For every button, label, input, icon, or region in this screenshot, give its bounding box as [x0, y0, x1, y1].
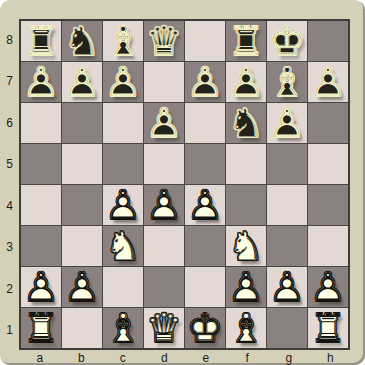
- file-label-c: c: [102, 350, 144, 365]
- piece-white-pawn: ♟: [185, 184, 225, 224]
- square-c1[interactable]: ♝♗: [103, 308, 143, 348]
- piece-detail-overlay: ♙: [308, 266, 348, 306]
- square-c6[interactable]: [103, 103, 143, 143]
- square-a4[interactable]: [21, 185, 61, 225]
- file-label-a: a: [19, 350, 61, 365]
- square-g4[interactable]: [267, 185, 307, 225]
- piece-white-pawn: ♟: [267, 266, 307, 306]
- square-c8[interactable]: ♝♗: [103, 21, 143, 61]
- square-f3[interactable]: ♞♘: [226, 226, 266, 266]
- piece-detail-overlay: ♙: [267, 266, 307, 306]
- square-h2[interactable]: ♟♙: [308, 267, 348, 307]
- square-a7[interactable]: ♟♙: [21, 62, 61, 102]
- piece-detail-overlay: ♘: [103, 225, 143, 265]
- square-f5[interactable]: [226, 144, 266, 184]
- square-a3[interactable]: [21, 226, 61, 266]
- square-b7[interactable]: ♟♙: [62, 62, 102, 102]
- square-a5[interactable]: [21, 144, 61, 184]
- piece-white-king: ♚: [185, 307, 225, 347]
- piece-detail-overlay: ♗: [103, 20, 143, 60]
- square-a1[interactable]: ♜♖: [21, 308, 61, 348]
- piece-black-pawn: ♟: [144, 102, 184, 142]
- piece-black-bishop: ♝: [267, 61, 307, 101]
- rank-label-8: 8: [0, 19, 19, 61]
- square-b2[interactable]: ♟♙: [62, 267, 102, 307]
- square-d1[interactable]: ♛♕: [144, 308, 184, 348]
- file-label-e: e: [185, 350, 227, 365]
- piece-detail-overlay: ♔: [185, 307, 225, 347]
- square-h6[interactable]: [308, 103, 348, 143]
- file-label-g: g: [268, 350, 310, 365]
- piece-detail-overlay: ♖: [226, 20, 266, 60]
- piece-black-knight: ♞: [226, 102, 266, 142]
- square-e4[interactable]: ♟♙: [185, 185, 225, 225]
- piece-white-pawn: ♟: [308, 266, 348, 306]
- piece-black-pawn: ♟: [226, 61, 266, 101]
- piece-white-pawn: ♟: [144, 184, 184, 224]
- rank-label-5: 5: [0, 144, 19, 186]
- square-d2[interactable]: [144, 267, 184, 307]
- file-label-b: b: [61, 350, 103, 365]
- piece-white-bishop: ♝: [226, 307, 266, 347]
- square-a2[interactable]: ♟♙: [21, 267, 61, 307]
- piece-detail-overlay: ♖: [21, 20, 61, 60]
- piece-detail-overlay: ♙: [185, 184, 225, 224]
- square-c4[interactable]: ♟♙: [103, 185, 143, 225]
- piece-black-pawn: ♟: [62, 61, 102, 101]
- file-label-d: d: [144, 350, 186, 365]
- piece-detail-overlay: ♗: [103, 307, 143, 347]
- square-e6[interactable]: [185, 103, 225, 143]
- file-label-h: h: [310, 350, 352, 365]
- file-labels: abcdefgh: [19, 350, 351, 365]
- square-b8[interactable]: ♞♘: [62, 21, 102, 61]
- square-f8[interactable]: ♜♖: [226, 21, 266, 61]
- square-d3[interactable]: [144, 226, 184, 266]
- piece-detail-overlay: ♙: [144, 102, 184, 142]
- piece-detail-overlay: ♙: [267, 102, 307, 142]
- piece-detail-overlay: ♙: [308, 61, 348, 101]
- piece-black-pawn: ♟: [21, 61, 61, 101]
- piece-white-bishop: ♝: [103, 307, 143, 347]
- piece-detail-overlay: ♙: [226, 61, 266, 101]
- square-b1[interactable]: [62, 308, 102, 348]
- square-f1[interactable]: ♝♗: [226, 308, 266, 348]
- piece-detail-overlay: ♙: [21, 266, 61, 306]
- square-e7[interactable]: ♟♙: [185, 62, 225, 102]
- square-h7[interactable]: ♟♙: [308, 62, 348, 102]
- chess-board[interactable]: ♜♖♞♘♝♗♛♕♜♖♚♔♟♙♟♙♟♙♟♙♟♙♝♗♟♙♟♙♞♘♟♙♟♙♟♙♟♙♞♘…: [19, 19, 350, 350]
- piece-detail-overlay: ♗: [226, 307, 266, 347]
- piece-detail-overlay: ♙: [62, 266, 102, 306]
- piece-black-rook: ♜: [21, 20, 61, 60]
- square-d7[interactable]: [144, 62, 184, 102]
- square-f4[interactable]: [226, 185, 266, 225]
- rank-label-4: 4: [0, 185, 19, 227]
- square-h1[interactable]: ♜♖: [308, 308, 348, 348]
- piece-detail-overlay: ♘: [226, 225, 266, 265]
- piece-black-rook: ♜: [226, 20, 266, 60]
- square-g8[interactable]: ♚♔: [267, 21, 307, 61]
- square-d5[interactable]: [144, 144, 184, 184]
- piece-detail-overlay: ♔: [267, 20, 307, 60]
- square-c5[interactable]: [103, 144, 143, 184]
- square-g7[interactable]: ♝♗: [267, 62, 307, 102]
- piece-white-queen: ♛: [144, 307, 184, 347]
- square-b5[interactable]: [62, 144, 102, 184]
- chess-board-panel: 87654321 ♜♖♞♘♝♗♛♕♜♖♚♔♟♙♟♙♟♙♟♙♟♙♝♗♟♙♟♙♞♘♟…: [0, 0, 365, 365]
- rank-label-3: 3: [0, 227, 19, 269]
- square-d6[interactable]: ♟♙: [144, 103, 184, 143]
- square-b4[interactable]: [62, 185, 102, 225]
- piece-white-pawn: ♟: [226, 266, 266, 306]
- piece-white-pawn: ♟: [21, 266, 61, 306]
- piece-black-bishop: ♝: [103, 20, 143, 60]
- piece-detail-overlay: ♙: [185, 61, 225, 101]
- square-e8[interactable]: [185, 21, 225, 61]
- rank-label-1: 1: [0, 310, 19, 352]
- piece-black-king: ♚: [267, 20, 307, 60]
- piece-detail-overlay: ♖: [308, 307, 348, 347]
- square-g2[interactable]: ♟♙: [267, 267, 307, 307]
- piece-white-pawn: ♟: [62, 266, 102, 306]
- square-e2[interactable]: [185, 267, 225, 307]
- square-f2[interactable]: ♟♙: [226, 267, 266, 307]
- piece-white-rook: ♜: [21, 307, 61, 347]
- piece-detail-overlay: ♕: [144, 307, 184, 347]
- square-f6[interactable]: ♞♘: [226, 103, 266, 143]
- piece-black-pawn: ♟: [308, 61, 348, 101]
- square-a8[interactable]: ♜♖: [21, 21, 61, 61]
- square-a6[interactable]: [21, 103, 61, 143]
- rank-label-2: 2: [0, 268, 19, 310]
- square-c3[interactable]: ♞♘: [103, 226, 143, 266]
- piece-black-pawn: ♟: [185, 61, 225, 101]
- rank-labels: 87654321: [0, 19, 19, 351]
- square-d8[interactable]: ♛♕: [144, 21, 184, 61]
- rank-label-6: 6: [0, 102, 19, 144]
- piece-white-knight: ♞: [103, 225, 143, 265]
- square-e5[interactable]: [185, 144, 225, 184]
- square-e3[interactable]: [185, 226, 225, 266]
- piece-detail-overlay: ♘: [226, 102, 266, 142]
- piece-detail-overlay: ♙: [62, 61, 102, 101]
- piece-detail-overlay: ♙: [103, 61, 143, 101]
- piece-black-queen: ♛: [144, 20, 184, 60]
- piece-black-pawn: ♟: [267, 102, 307, 142]
- square-c2[interactable]: [103, 267, 143, 307]
- piece-detail-overlay: ♗: [267, 61, 307, 101]
- square-g3[interactable]: [267, 226, 307, 266]
- piece-white-rook: ♜: [308, 307, 348, 347]
- rank-label-7: 7: [0, 61, 19, 103]
- square-b3[interactable]: [62, 226, 102, 266]
- piece-black-knight: ♞: [62, 20, 102, 60]
- square-f7[interactable]: ♟♙: [226, 62, 266, 102]
- piece-detail-overlay: ♙: [144, 184, 184, 224]
- square-e1[interactable]: ♚♔: [185, 308, 225, 348]
- piece-detail-overlay: ♘: [62, 20, 102, 60]
- square-g6[interactable]: ♟♙: [267, 103, 307, 143]
- piece-detail-overlay: ♙: [226, 266, 266, 306]
- piece-white-knight: ♞: [226, 225, 266, 265]
- square-g5[interactable]: [267, 144, 307, 184]
- square-b6[interactable]: [62, 103, 102, 143]
- piece-detail-overlay: ♕: [144, 20, 184, 60]
- square-h8[interactable]: [308, 21, 348, 61]
- square-c7[interactable]: ♟♙: [103, 62, 143, 102]
- square-h4[interactable]: [308, 185, 348, 225]
- square-g1[interactable]: [267, 308, 307, 348]
- file-label-f: f: [227, 350, 269, 365]
- square-h3[interactable]: [308, 226, 348, 266]
- piece-detail-overlay: ♙: [21, 61, 61, 101]
- piece-white-pawn: ♟: [103, 184, 143, 224]
- piece-black-pawn: ♟: [103, 61, 143, 101]
- piece-detail-overlay: ♖: [21, 307, 61, 347]
- piece-detail-overlay: ♙: [103, 184, 143, 224]
- square-h5[interactable]: [308, 144, 348, 184]
- square-d4[interactable]: ♟♙: [144, 185, 184, 225]
